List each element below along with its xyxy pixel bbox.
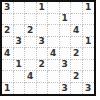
cell-r1c7[interactable] bbox=[71, 2, 83, 14]
cell-r3c7: 4 bbox=[71, 25, 83, 37]
cell-r7c7: 2 bbox=[71, 71, 83, 83]
cell-r6c4: 2 bbox=[37, 60, 49, 72]
cell-r6c5[interactable] bbox=[48, 60, 60, 72]
cell-r8c1: 1 bbox=[2, 83, 14, 95]
cell-r5c2[interactable] bbox=[14, 48, 26, 60]
cell-r4c8: 1 bbox=[83, 37, 95, 49]
cell-r7c8[interactable] bbox=[83, 71, 95, 83]
cell-r3c5[interactable] bbox=[48, 25, 60, 37]
cell-r1c4: 1 bbox=[37, 2, 49, 14]
cell-r8c8: 3 bbox=[83, 83, 95, 95]
cell-r7c6[interactable] bbox=[60, 71, 72, 83]
cell-r2c8[interactable] bbox=[83, 14, 95, 26]
cell-r4c5[interactable] bbox=[48, 37, 60, 49]
cell-r2c2[interactable] bbox=[14, 14, 26, 26]
cell-r6c6: 3 bbox=[60, 60, 72, 72]
cell-r2c3[interactable] bbox=[25, 14, 37, 26]
cell-r4c6[interactable] bbox=[60, 37, 72, 49]
cell-r3c8[interactable] bbox=[83, 25, 95, 37]
cell-r3c6[interactable] bbox=[60, 25, 72, 37]
cell-r2c1[interactable] bbox=[2, 14, 14, 26]
cell-r8c4[interactable] bbox=[37, 83, 49, 95]
cell-r6c2: 1 bbox=[14, 60, 26, 72]
cell-r1c8: 1 bbox=[83, 2, 95, 14]
cell-r1c5[interactable] bbox=[48, 2, 60, 14]
cell-r3c1: 2 bbox=[2, 25, 14, 37]
cell-r7c1[interactable] bbox=[2, 71, 14, 83]
cell-r1c6[interactable] bbox=[60, 2, 72, 14]
cell-r3c2[interactable] bbox=[14, 25, 26, 37]
cell-r2c6: 1 bbox=[60, 14, 72, 26]
cell-r2c5[interactable] bbox=[48, 14, 60, 26]
cell-r4c3[interactable] bbox=[25, 37, 37, 49]
cell-r5c3[interactable] bbox=[25, 48, 37, 60]
cell-r5c7: 2 bbox=[71, 48, 83, 60]
cell-r2c4[interactable] bbox=[37, 14, 49, 26]
cell-r2c7[interactable] bbox=[71, 14, 83, 26]
cell-r3c3: 2 bbox=[25, 25, 37, 37]
puzzle-grid: 311122433144212342133 bbox=[2, 2, 94, 94]
cell-r1c3[interactable] bbox=[25, 2, 37, 14]
cell-r1c2[interactable] bbox=[14, 2, 26, 14]
cell-r6c3[interactable] bbox=[25, 60, 37, 72]
cell-r8c6: 3 bbox=[60, 83, 72, 95]
cell-r4c4: 3 bbox=[37, 37, 49, 49]
cell-r6c1[interactable] bbox=[2, 60, 14, 72]
cell-r5c6[interactable] bbox=[60, 48, 72, 60]
cell-r7c4[interactable] bbox=[37, 71, 49, 83]
cell-r4c7[interactable] bbox=[71, 37, 83, 49]
cell-r7c2[interactable] bbox=[14, 71, 26, 83]
cell-r5c1: 4 bbox=[2, 48, 14, 60]
cell-r4c1[interactable] bbox=[2, 37, 14, 49]
cell-r5c8[interactable] bbox=[83, 48, 95, 60]
cell-r5c5: 4 bbox=[48, 48, 60, 60]
cell-r8c5[interactable] bbox=[48, 83, 60, 95]
cell-r7c5[interactable] bbox=[48, 71, 60, 83]
cell-r1c1: 3 bbox=[2, 2, 14, 14]
cell-r4c2: 3 bbox=[14, 37, 26, 49]
cell-r5c4[interactable] bbox=[37, 48, 49, 60]
minesweeper-board: 311122433144212342133 bbox=[0, 0, 96, 96]
cell-r6c7[interactable] bbox=[71, 60, 83, 72]
cell-r8c7[interactable] bbox=[71, 83, 83, 95]
cell-r6c8[interactable] bbox=[83, 60, 95, 72]
cell-r3c4[interactable] bbox=[37, 25, 49, 37]
cell-r8c3[interactable] bbox=[25, 83, 37, 95]
cell-r8c2[interactable] bbox=[14, 83, 26, 95]
cell-r7c3: 4 bbox=[25, 71, 37, 83]
